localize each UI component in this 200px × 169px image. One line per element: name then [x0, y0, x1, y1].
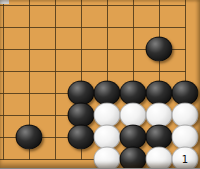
black-stone [120, 147, 147, 169]
white-stone-move-1: 1 [172, 147, 199, 169]
black-stone [146, 37, 173, 62]
grid-line-vertical [3, 0, 4, 160]
grid-line-horizontal [0, 71, 186, 72]
move-number-label: 1 [182, 154, 188, 164]
black-stone [16, 125, 43, 150]
white-stone [94, 147, 121, 169]
screenshot-stage: 1 [0, 0, 200, 168]
grid-line-vertical [55, 0, 56, 160]
grid-line-horizontal [0, 27, 186, 28]
go-board[interactable]: 1 [0, 0, 200, 168]
black-stone [68, 125, 95, 150]
white-stone [146, 147, 173, 169]
board-crop-corner [0, 0, 9, 4]
grid-line-horizontal [0, 5, 186, 6]
